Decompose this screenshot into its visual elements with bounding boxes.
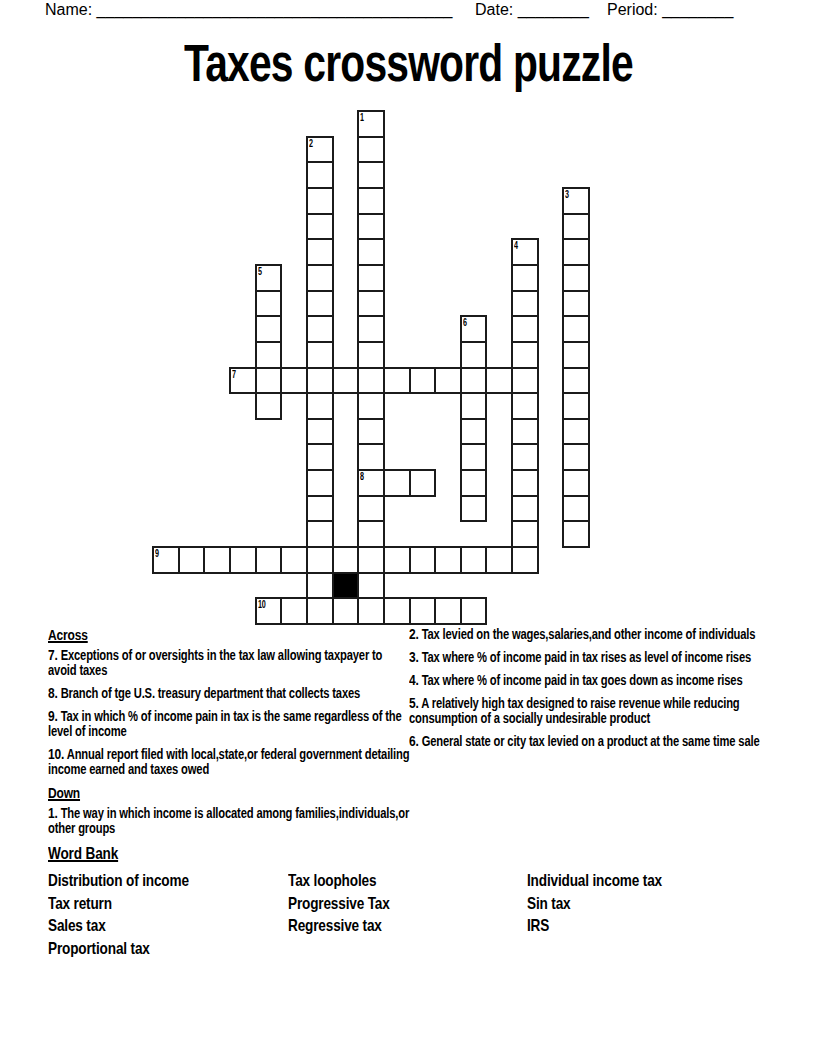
grid-cell-r11c8[interactable] xyxy=(357,392,385,420)
grid-cell-r17c7[interactable] xyxy=(332,546,359,574)
grid-cell-r10c14[interactable] xyxy=(511,367,539,394)
clue-number-4: 4 xyxy=(514,241,518,251)
word-bank-item: Individual income tax xyxy=(527,870,662,893)
grid-cell-r15c8[interactable] xyxy=(357,495,385,522)
grid-cell-r19c10[interactable] xyxy=(409,597,436,625)
grid-cell-r9c4[interactable] xyxy=(255,341,282,369)
grid-cell-r17c2[interactable] xyxy=(203,546,231,574)
grid-cell-r15c16[interactable] xyxy=(562,495,590,522)
grid-cell-r8c8[interactable] xyxy=(357,315,385,343)
grid-cell-r10c5[interactable] xyxy=(280,367,308,394)
word-bank-item: Sin tax xyxy=(527,893,662,916)
clue-number-3: 3 xyxy=(565,190,569,200)
grid-cell-r17c5[interactable] xyxy=(280,546,308,574)
grid-cell-r10c6[interactable] xyxy=(306,367,334,394)
date-field: Date: ________ xyxy=(475,1,589,19)
grid-cell-r10c7[interactable] xyxy=(332,367,359,394)
clue-down-1: 1. The way in which income is allocated … xyxy=(48,805,413,836)
clue-number-9: 9 xyxy=(155,549,159,559)
grid-cell-r13c14[interactable] xyxy=(511,443,539,471)
clue-number-6: 6 xyxy=(463,318,467,328)
grid-cell-r15c14[interactable] xyxy=(511,495,539,522)
grid-cell-r12c14[interactable] xyxy=(511,418,539,445)
grid-cell-r2c8[interactable] xyxy=(357,161,385,189)
date-blank-line[interactable]: ________ xyxy=(518,1,589,18)
word-bank-item: Progressive Tax xyxy=(288,893,390,916)
across-clues: 7. Exceptions of or oversights in the ta… xyxy=(48,647,413,777)
clue-down-5: 5. A relatively high tax designed to rai… xyxy=(409,695,779,726)
grid-cell-r10c16[interactable] xyxy=(562,367,590,394)
grid-cell-r17c12[interactable] xyxy=(460,546,487,574)
word-bank-item: Distribution of income xyxy=(48,870,189,893)
grid-cell-r13c8[interactable] xyxy=(357,443,385,471)
grid-cell-r10c12[interactable] xyxy=(460,367,487,394)
grid-cell-r3c6[interactable] xyxy=(306,187,334,215)
down-clues-left: 1. The way in which income is allocated … xyxy=(48,805,413,836)
grid-cell-r17c4[interactable] xyxy=(255,546,282,574)
grid-cell-r13c16[interactable] xyxy=(562,443,590,471)
period-label: Period: xyxy=(607,1,658,18)
grid-cell-r16c8[interactable] xyxy=(357,520,385,548)
grid-cell-r13c6[interactable] xyxy=(306,443,334,471)
grid-cell-r4c16[interactable] xyxy=(562,213,590,240)
grid-cell-r19c5[interactable] xyxy=(280,597,308,625)
grid-cell-r5c6[interactable] xyxy=(306,238,334,266)
word-bank-item: IRS xyxy=(527,915,662,938)
grid-cell-r17c10[interactable] xyxy=(409,546,436,574)
grid-cell-r16c14[interactable] xyxy=(511,520,539,548)
clue-across-8: 8. Branch of tge U.S. treasury departmen… xyxy=(48,685,413,701)
grid-cell-r17c8[interactable] xyxy=(357,546,385,574)
grid-cell-r12c8[interactable] xyxy=(357,418,385,445)
clue-down-6: 6. General state or city tax levied on a… xyxy=(409,733,779,749)
period-field: Period: ________ xyxy=(607,1,733,19)
grid-cell-r7c6[interactable] xyxy=(306,290,334,317)
grid-cell-r17c13[interactable] xyxy=(485,546,513,574)
grid-cell-r17c1[interactable] xyxy=(178,546,205,574)
down-heading: Down xyxy=(48,784,413,801)
grid-cell-r8c6[interactable] xyxy=(306,315,334,343)
word-bank-column-1: Distribution of incomeTax returnSales ta… xyxy=(48,870,224,960)
crossword-grid: 12345678910 xyxy=(152,110,592,626)
clue-across-7: 7. Exceptions of or oversights in the ta… xyxy=(48,647,413,678)
grid-cell-r8c4[interactable] xyxy=(255,315,282,343)
grid-cell-r17c11[interactable] xyxy=(434,546,462,574)
grid-cell-r16c16[interactable] xyxy=(562,520,590,548)
grid-cell-r6c6[interactable] xyxy=(306,264,334,292)
grid-cell-r7c4[interactable] xyxy=(255,290,282,317)
grid-cell-r10c8[interactable] xyxy=(357,367,385,394)
grid-cell-r9c14[interactable] xyxy=(511,341,539,369)
grid-cell-r9c8[interactable] xyxy=(357,341,385,369)
grid-cell-r12c16[interactable] xyxy=(562,418,590,445)
clue-number-7: 7 xyxy=(232,370,236,380)
grid-cell-r10c13[interactable] xyxy=(485,367,513,394)
grid-cell-r10c11[interactable] xyxy=(434,367,462,394)
name-field: Name: __________________________________… xyxy=(45,1,453,19)
grid-cell-r17c6[interactable] xyxy=(306,546,334,574)
word-bank-item: Regressive tax xyxy=(288,915,390,938)
period-blank-line[interactable]: ________ xyxy=(662,1,733,18)
grid-cell-r18c6[interactable] xyxy=(306,572,334,599)
grid-cell-r17c9[interactable] xyxy=(383,546,411,574)
grid-cell-r11c4[interactable] xyxy=(255,392,282,420)
grid-cell-r14c14[interactable] xyxy=(511,469,539,497)
grid-cell-r10c10[interactable] xyxy=(409,367,436,394)
grid-cell-r5c16[interactable] xyxy=(562,238,590,266)
grid-cell-r5c8[interactable] xyxy=(357,238,385,266)
date-label: Date: xyxy=(475,1,513,18)
clue-down-3: 3. Tax where % of income paid in tax ris… xyxy=(409,649,779,665)
grid-cell-r10c4[interactable] xyxy=(255,367,282,394)
grid-cell-r7c14[interactable] xyxy=(511,290,539,317)
grid-cell-r19c8[interactable] xyxy=(357,597,385,625)
clue-number-5: 5 xyxy=(258,267,262,277)
down-clues-right: 2. Tax levied on the wages,salaries,and … xyxy=(409,626,779,749)
grid-cell-r9c12[interactable] xyxy=(460,341,487,369)
grid-cell-r12c6[interactable] xyxy=(306,418,334,445)
grid-cell-r8c16[interactable] xyxy=(562,315,590,343)
across-heading: Across xyxy=(48,626,413,643)
blocked-cell xyxy=(332,572,359,599)
grid-cell-r10c9[interactable] xyxy=(383,367,411,394)
clue-number-2: 2 xyxy=(309,139,313,149)
word-bank-heading: Word Bank xyxy=(48,844,118,864)
grid-cell-r18c8[interactable] xyxy=(357,572,385,599)
clue-number-1: 1 xyxy=(360,113,364,123)
clue-down-2: 2. Tax levied on the wages,salaries,and … xyxy=(409,626,779,642)
grid-cell-r19c12[interactable] xyxy=(460,597,487,625)
grid-cell-r8c14[interactable] xyxy=(511,315,539,343)
grid-cell-r11c12[interactable] xyxy=(460,392,487,420)
grid-cell-r11c14[interactable] xyxy=(511,392,539,420)
grid-cell-r19c11[interactable] xyxy=(434,597,462,625)
grid-cell-r9c6[interactable] xyxy=(306,341,334,369)
grid-cell-r11c6[interactable] xyxy=(306,392,334,420)
grid-cell-r17c14[interactable] xyxy=(511,546,539,574)
worksheet-page: Name: __________________________________… xyxy=(0,0,816,1056)
clue-across-10: 10. Annual report filed with local,state… xyxy=(48,746,413,777)
word-bank-item: Proportional tax xyxy=(48,938,189,961)
clue-number-10: 10 xyxy=(258,600,265,610)
clues-left-column: Across 7. Exceptions of or oversights in… xyxy=(48,626,413,843)
grid-cell-r3c8[interactable] xyxy=(357,187,385,215)
grid-cell-r2c6[interactable] xyxy=(306,161,334,189)
worksheet-header: Name: __________________________________… xyxy=(0,1,816,25)
grid-cell-r13c12[interactable] xyxy=(460,443,487,471)
clue-across-9: 9. Tax in which % of income pain in tax … xyxy=(48,708,413,739)
grid-cell-r6c14[interactable] xyxy=(511,264,539,292)
grid-cell-r14c9[interactable] xyxy=(383,469,411,497)
grid-cell-r11c16[interactable] xyxy=(562,392,590,420)
grid-cell-r4c6[interactable] xyxy=(306,213,334,240)
grid-cell-r15c12[interactable] xyxy=(460,495,487,522)
grid-cell-r7c8[interactable] xyxy=(357,290,385,317)
grid-cell-r15c6[interactable] xyxy=(306,495,334,522)
grid-cell-r14c12[interactable] xyxy=(460,469,487,497)
grid-cell-r9c16[interactable] xyxy=(562,341,590,369)
clue-down-4: 4. Tax where % of income paid in tax goe… xyxy=(409,672,779,688)
word-bank-column-2: Tax loopholesProgressive TaxRegressive t… xyxy=(288,870,415,938)
grid-cell-r14c10[interactable] xyxy=(409,469,436,497)
word-bank-item: Tax return xyxy=(48,893,189,916)
grid-cell-r4c8[interactable] xyxy=(357,213,385,240)
clues-right-column: 2. Tax levied on the wages,salaries,and … xyxy=(409,626,779,756)
name-blank-line[interactable]: ________________________________________ xyxy=(97,1,453,18)
title-wrap: Taxes crossword puzzle xyxy=(0,37,816,91)
grid-cell-r14c6[interactable] xyxy=(306,469,334,497)
grid-cell-r19c9[interactable] xyxy=(383,597,411,625)
grid-cell-r6c16[interactable] xyxy=(562,264,590,292)
grid-cell-r16c6[interactable] xyxy=(306,520,334,548)
page-title: Taxes crossword puzzle xyxy=(184,37,633,91)
grid-cell-r14c16[interactable] xyxy=(562,469,590,497)
clue-number-8: 8 xyxy=(360,472,364,482)
word-bank-column-3: Individual income taxSin taxIRS xyxy=(527,870,696,938)
grid-cell-r12c12[interactable] xyxy=(460,418,487,445)
name-label: Name: xyxy=(45,1,92,18)
grid-cell-r6c8[interactable] xyxy=(357,264,385,292)
word-bank-item: Tax loopholes xyxy=(288,870,390,893)
word-bank-item: Sales tax xyxy=(48,915,189,938)
grid-cell-r7c16[interactable] xyxy=(562,290,590,317)
grid-cell-r19c6[interactable] xyxy=(306,597,334,625)
grid-cell-r17c3[interactable] xyxy=(229,546,257,574)
grid-cell-r1c8[interactable] xyxy=(357,136,385,163)
grid-cell-r19c7[interactable] xyxy=(332,597,359,625)
word-bank-columns: Distribution of incomeTax returnSales ta… xyxy=(48,870,788,970)
word-bank: Word Bank Distribution of incomeTax retu… xyxy=(48,844,788,970)
